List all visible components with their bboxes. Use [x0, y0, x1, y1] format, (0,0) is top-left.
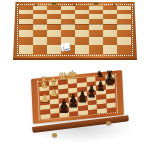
piece-dark-p[interactable]: ♟ [87, 88, 96, 98]
piece-light-p[interactable]: ♟ [40, 93, 49, 103]
piece-light-p[interactable]: ♟ [50, 88, 59, 98]
piece-dark-p[interactable]: ♟ [97, 83, 106, 93]
piece-dark-p[interactable]: ♟ [58, 102, 70, 115]
piece-dark-k[interactable]: ♚ [104, 74, 116, 87]
piece-light-k[interactable]: ♚ [67, 70, 77, 82]
piece-dark-p[interactable]: ♟ [77, 93, 87, 104]
piece-light-n[interactable]: ♞ [40, 79, 49, 89]
chess-set-product-photo: ♜♟♛♚♞♝♟♟♞♜♝♚♟♟♟♟♟♟♟♟♟♟ [0, 0, 150, 150]
piece-layer: ♜♟♛♚♞♝♟♟♞♜♝♚♟♟♟♟♟♟♟♟♟♟ [0, 0, 150, 150]
photo-layer: ♜♟♛♚♞♝♟♟♞♜♝♚♟♟♟♟♟♟♟♟♟♟ [0, 0, 150, 150]
